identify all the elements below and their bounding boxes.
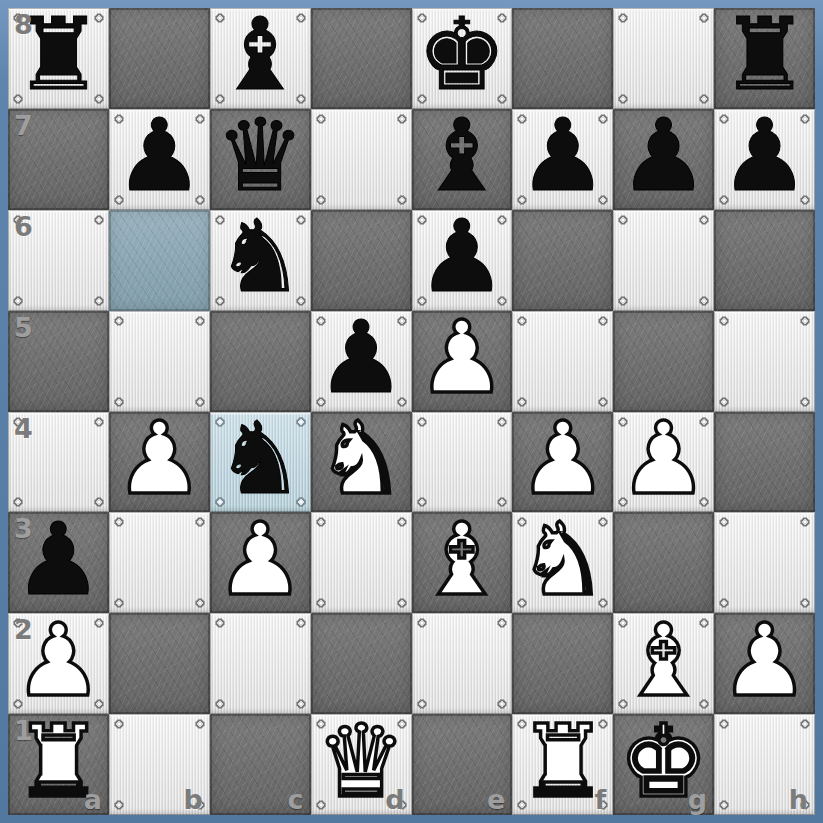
- rank-label-3: 3: [14, 513, 33, 544]
- rank-label-7: 7: [14, 110, 33, 141]
- square-g7[interactable]: ♟: [613, 109, 714, 210]
- square-h1[interactable]: h: [714, 714, 815, 815]
- square-a7[interactable]: 7: [8, 109, 109, 210]
- rank-label-6: 6: [14, 211, 33, 242]
- black-pawn[interactable]: ♟: [720, 109, 810, 206]
- square-d3[interactable]: [311, 512, 412, 613]
- black-bishop[interactable]: ♝: [215, 8, 305, 105]
- file-label-b: b: [183, 784, 202, 815]
- file-label-h: h: [789, 784, 808, 815]
- square-c8[interactable]: ♝: [210, 8, 311, 109]
- rank-label-5: 5: [14, 312, 33, 343]
- square-b4[interactable]: ♟: [109, 412, 210, 513]
- square-f1[interactable]: f♜: [512, 714, 613, 815]
- square-e6[interactable]: ♟: [412, 210, 513, 311]
- square-e5[interactable]: ♟: [412, 311, 513, 412]
- black-rook[interactable]: ♜: [720, 8, 810, 105]
- rank-label-8: 8: [14, 9, 33, 40]
- square-c5[interactable]: [210, 311, 311, 412]
- square-c6[interactable]: ♞: [210, 210, 311, 311]
- square-a4[interactable]: 4: [8, 412, 109, 513]
- square-e8[interactable]: ♚: [412, 8, 513, 109]
- square-f5[interactable]: [512, 311, 613, 412]
- square-g6[interactable]: [613, 210, 714, 311]
- square-e7[interactable]: ♝: [412, 109, 513, 210]
- square-b6[interactable]: [109, 210, 210, 311]
- board-frame: 8♜♝♚♜7♟♛♝♟♟♟6♞♟5♟♟4♟♞♞♟♟3♟♟♝♞2♟♝♟1a♜bcd♛…: [0, 0, 823, 823]
- square-b8[interactable]: [109, 8, 210, 109]
- square-b1[interactable]: b: [109, 714, 210, 815]
- square-c2[interactable]: [210, 613, 311, 714]
- square-h2[interactable]: ♟: [714, 613, 815, 714]
- black-pawn[interactable]: ♟: [417, 210, 507, 307]
- square-g1[interactable]: g♚: [613, 714, 714, 815]
- square-c7[interactable]: ♛: [210, 109, 311, 210]
- square-g5[interactable]: [613, 311, 714, 412]
- square-g2[interactable]: ♝: [613, 613, 714, 714]
- white-knight[interactable]: ♞: [518, 512, 608, 609]
- square-d8[interactable]: [311, 8, 412, 109]
- black-pawn[interactable]: ♟: [619, 109, 709, 206]
- square-c1[interactable]: c: [210, 714, 311, 815]
- square-h5[interactable]: [714, 311, 815, 412]
- white-pawn[interactable]: ♟: [215, 512, 305, 609]
- square-d4[interactable]: ♞: [311, 412, 412, 513]
- white-pawn[interactable]: ♟: [619, 412, 709, 509]
- white-bishop[interactable]: ♝: [619, 613, 709, 710]
- square-b5[interactable]: [109, 311, 210, 412]
- square-f2[interactable]: [512, 613, 613, 714]
- square-e2[interactable]: [412, 613, 513, 714]
- square-h8[interactable]: ♜: [714, 8, 815, 109]
- square-g8[interactable]: [613, 8, 714, 109]
- square-a3[interactable]: 3♟: [8, 512, 109, 613]
- square-b2[interactable]: [109, 613, 210, 714]
- square-a6[interactable]: 6: [8, 210, 109, 311]
- square-a5[interactable]: 5: [8, 311, 109, 412]
- square-f4[interactable]: ♟: [512, 412, 613, 513]
- square-h7[interactable]: ♟: [714, 109, 815, 210]
- file-label-f: f: [595, 784, 607, 815]
- square-f7[interactable]: ♟: [512, 109, 613, 210]
- black-king[interactable]: ♚: [417, 8, 507, 105]
- square-d5[interactable]: ♟: [311, 311, 412, 412]
- square-f6[interactable]: [512, 210, 613, 311]
- square-f8[interactable]: [512, 8, 613, 109]
- white-pawn[interactable]: ♟: [417, 311, 507, 408]
- square-a2[interactable]: 2♟: [8, 613, 109, 714]
- white-pawn[interactable]: ♟: [114, 412, 204, 509]
- file-label-g: g: [688, 784, 707, 815]
- square-h3[interactable]: [714, 512, 815, 613]
- black-pawn[interactable]: ♟: [114, 109, 204, 206]
- square-a1[interactable]: 1a♜: [8, 714, 109, 815]
- square-d2[interactable]: [311, 613, 412, 714]
- square-g4[interactable]: ♟: [613, 412, 714, 513]
- square-c3[interactable]: ♟: [210, 512, 311, 613]
- square-h6[interactable]: [714, 210, 815, 311]
- square-b3[interactable]: [109, 512, 210, 613]
- file-label-e: e: [487, 784, 505, 815]
- square-a8[interactable]: 8♜: [8, 8, 109, 109]
- file-label-c: c: [288, 784, 304, 815]
- square-d1[interactable]: d♛: [311, 714, 412, 815]
- square-b7[interactable]: ♟: [109, 109, 210, 210]
- white-knight[interactable]: ♞: [316, 412, 406, 509]
- chess-board: 8♜♝♚♜7♟♛♝♟♟♟6♞♟5♟♟4♟♞♞♟♟3♟♟♝♞2♟♝♟1a♜bcd♛…: [8, 8, 815, 815]
- square-e3[interactable]: ♝: [412, 512, 513, 613]
- square-d6[interactable]: [311, 210, 412, 311]
- white-bishop[interactable]: ♝: [417, 512, 507, 609]
- black-pawn[interactable]: ♟: [316, 311, 406, 408]
- white-pawn[interactable]: ♟: [720, 613, 810, 710]
- square-e4[interactable]: [412, 412, 513, 513]
- square-c4[interactable]: ♞: [210, 412, 311, 513]
- square-e1[interactable]: e: [412, 714, 513, 815]
- square-f3[interactable]: ♞: [512, 512, 613, 613]
- square-g3[interactable]: [613, 512, 714, 613]
- black-knight[interactable]: ♞: [215, 412, 305, 509]
- square-d7[interactable]: [311, 109, 412, 210]
- square-h4[interactable]: [714, 412, 815, 513]
- black-pawn[interactable]: ♟: [518, 109, 608, 206]
- rank-label-1: 1: [14, 715, 33, 746]
- file-label-a: a: [84, 784, 102, 815]
- black-queen[interactable]: ♛: [215, 109, 305, 206]
- black-knight[interactable]: ♞: [215, 210, 305, 307]
- file-label-d: d: [385, 784, 404, 815]
- rank-label-2: 2: [14, 614, 33, 645]
- black-bishop[interactable]: ♝: [417, 109, 507, 206]
- rank-label-4: 4: [14, 413, 33, 444]
- white-pawn[interactable]: ♟: [518, 412, 608, 509]
